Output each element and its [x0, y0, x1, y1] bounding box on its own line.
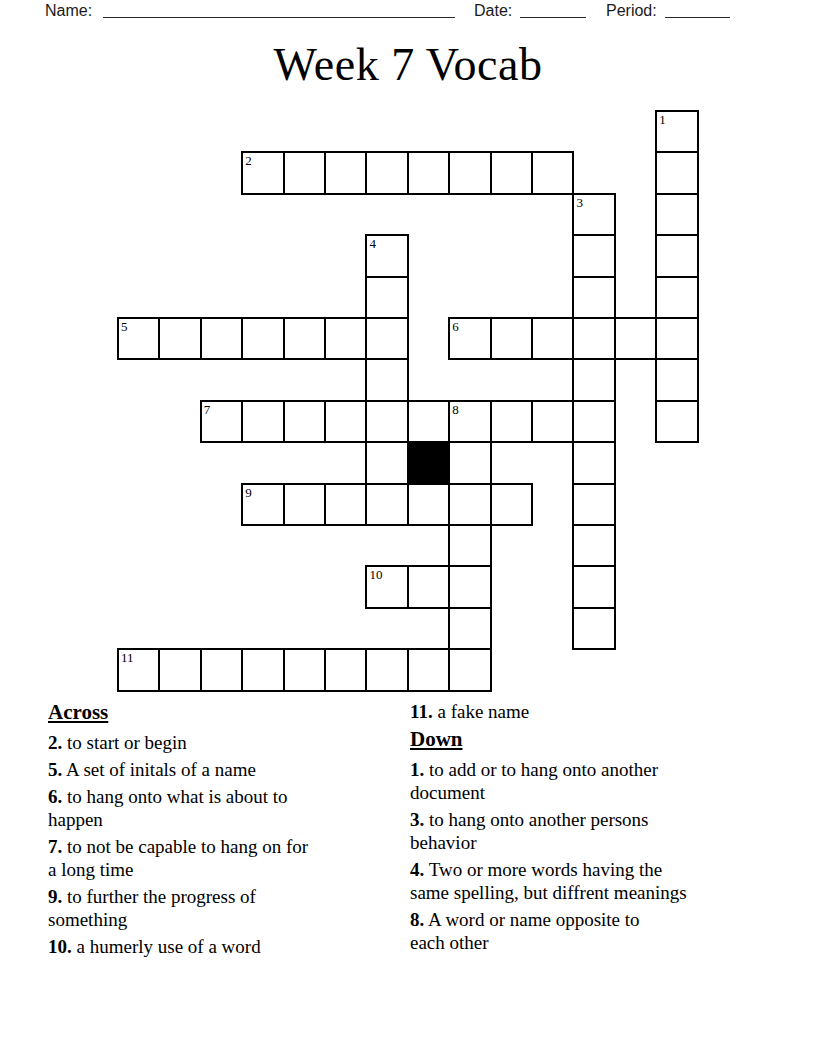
- grid-cell[interactable]: [241, 400, 284, 443]
- grid-cell[interactable]: [241, 317, 284, 360]
- cell-number: 4: [369, 237, 376, 250]
- grid-cell[interactable]: [283, 483, 326, 526]
- cell-number: 3: [576, 196, 583, 209]
- name-blank-line[interactable]: [103, 2, 455, 18]
- grid-cell[interactable]: [283, 317, 326, 360]
- clue-down-1: 1. to add or to hang onto another docume…: [410, 758, 770, 804]
- grid-cell[interactable]: [365, 648, 408, 691]
- grid-cell[interactable]: [655, 276, 698, 319]
- clue-text: to not be capable to hang on for a long …: [48, 836, 308, 880]
- grid-cell[interactable]: [324, 648, 367, 691]
- grid-cell[interactable]: [655, 400, 698, 443]
- grid-cell[interactable]: [572, 400, 615, 443]
- grid-cell[interactable]: [572, 483, 615, 526]
- cell-number: 11: [121, 651, 134, 664]
- grid-cell[interactable]: [241, 648, 284, 691]
- grid-cell[interactable]: [365, 358, 408, 401]
- grid-cell[interactable]: [531, 151, 574, 194]
- puzzle-title: Week 7 Vocab: [0, 38, 816, 91]
- clue-number-label: 5.: [48, 759, 62, 780]
- clue-text: Two or more words having the same spelli…: [410, 859, 687, 903]
- grid-cell[interactable]: [655, 358, 698, 401]
- grid-cell[interactable]: [572, 524, 615, 567]
- clue-number-label: 2.: [48, 732, 62, 753]
- clue-text: to further the progress of something: [48, 886, 256, 930]
- black-cell: [407, 441, 450, 484]
- clue-number-label: 11.: [410, 701, 433, 722]
- grid-cell[interactable]: [655, 234, 698, 277]
- grid-cell[interactable]: [448, 151, 491, 194]
- period-blank-line[interactable]: [665, 2, 730, 18]
- period-label: Period:: [606, 2, 657, 20]
- cell-number: 7: [204, 403, 211, 416]
- grid-cell[interactable]: [448, 441, 491, 484]
- grid-cell[interactable]: [407, 483, 450, 526]
- clue-across-7: 7. to not be capable to hang on for a lo…: [48, 835, 403, 881]
- cell-number: 2: [245, 154, 252, 167]
- grid-cell[interactable]: [572, 276, 615, 319]
- grid-cell[interactable]: [448, 607, 491, 650]
- grid-cell[interactable]: [531, 317, 574, 360]
- clue-across-2: 2. to start or begin: [48, 731, 403, 754]
- grid-cell[interactable]: [365, 483, 408, 526]
- grid-cell[interactable]: [655, 317, 698, 360]
- grid-cell[interactable]: [365, 400, 408, 443]
- clue-across-9: 9. to further the progress of something: [48, 885, 403, 931]
- clue-text: A set of initals of a name: [66, 759, 256, 780]
- grid-cell[interactable]: [572, 317, 615, 360]
- grid-cell[interactable]: [448, 483, 491, 526]
- clue-number-label: 10.: [48, 936, 72, 957]
- grid-cell[interactable]: [365, 317, 408, 360]
- grid-cell[interactable]: [158, 648, 201, 691]
- grid-cell[interactable]: [283, 400, 326, 443]
- grid-cell[interactable]: [572, 441, 615, 484]
- clue-number-label: 7.: [48, 836, 62, 857]
- clue-text: a fake name: [437, 701, 529, 722]
- down-header: Down: [410, 727, 770, 751]
- clue-number-label: 9.: [48, 886, 62, 907]
- grid-cell[interactable]: [283, 151, 326, 194]
- grid-cell[interactable]: [407, 400, 450, 443]
- cell-number: 9: [245, 486, 252, 499]
- across-clues-column: Across 2. to start or begin 5. A set of …: [48, 700, 403, 962]
- grid-cell[interactable]: [531, 400, 574, 443]
- grid-cell[interactable]: [407, 648, 450, 691]
- grid-cell[interactable]: [200, 317, 243, 360]
- grid-cell[interactable]: [365, 276, 408, 319]
- name-label: Name:: [45, 2, 92, 20]
- clue-text: to start or begin: [67, 732, 187, 753]
- clue-number-label: 1.: [410, 759, 424, 780]
- grid-cell[interactable]: [614, 317, 657, 360]
- grid-cell[interactable]: [407, 151, 450, 194]
- grid-cell[interactable]: [448, 565, 491, 608]
- cell-number: 8: [452, 403, 459, 416]
- grid-cell[interactable]: [200, 648, 243, 691]
- clue-number-label: 8.: [410, 909, 424, 930]
- clue-number-label: 6.: [48, 786, 62, 807]
- cell-number: 5: [121, 320, 128, 333]
- grid-cell[interactable]: [448, 648, 491, 691]
- across-header: Across: [48, 700, 403, 724]
- grid-cell[interactable]: [365, 151, 408, 194]
- grid-cell[interactable]: [324, 317, 367, 360]
- grid-cell[interactable]: [324, 483, 367, 526]
- grid-cell[interactable]: [490, 400, 533, 443]
- clue-across-5: 5. A set of initals of a name: [48, 758, 403, 781]
- date-blank-line[interactable]: [520, 2, 586, 18]
- clue-across-11: 11. a fake name: [410, 700, 770, 723]
- grid-cell[interactable]: [448, 524, 491, 567]
- grid-cell[interactable]: [490, 483, 533, 526]
- cell-number: 6: [452, 320, 459, 333]
- down-clues-column: 11. a fake name Down 1. to add or to han…: [410, 700, 770, 958]
- grid-cell[interactable]: [572, 565, 615, 608]
- clue-text: A word or name opposite to each other: [410, 909, 640, 953]
- grid-cell[interactable]: [324, 400, 367, 443]
- clue-across-10: 10. a humerly use of a word: [48, 935, 403, 958]
- clue-text: a humerly use of a word: [77, 936, 261, 957]
- clue-down-3: 3. to hang onto another persons behavior: [410, 808, 770, 854]
- clue-number-label: 4.: [410, 859, 424, 880]
- clue-text: to add or to hang onto another document: [410, 759, 658, 803]
- grid-cell[interactable]: [490, 317, 533, 360]
- clue-text: to hang onto what is about to happen: [48, 786, 288, 830]
- cell-number: 10: [369, 568, 382, 581]
- clue-number-label: 3.: [410, 809, 424, 830]
- clue-down-8: 8. A word or name opposite to each other: [410, 908, 770, 954]
- clue-down-4: 4. Two or more words having the same spe…: [410, 858, 770, 904]
- date-label: Date:: [474, 2, 512, 20]
- grid-cell[interactable]: [283, 648, 326, 691]
- grid-cell[interactable]: [572, 358, 615, 401]
- grid-cell[interactable]: [365, 441, 408, 484]
- grid-cell[interactable]: [407, 565, 450, 608]
- grid-cell[interactable]: [655, 151, 698, 194]
- cell-number: 1: [659, 113, 666, 126]
- crossword-grid: 1234567891011: [117, 110, 700, 693]
- grid-cell[interactable]: [158, 317, 201, 360]
- grid-cell[interactable]: [490, 151, 533, 194]
- grid-cell[interactable]: [324, 151, 367, 194]
- clue-text: to hang onto another persons behavior: [410, 809, 649, 853]
- grid-cell[interactable]: [655, 193, 698, 236]
- grid-cell[interactable]: [572, 234, 615, 277]
- grid-cell[interactable]: [572, 607, 615, 650]
- clue-across-6: 6. to hang onto what is about to happen: [48, 785, 403, 831]
